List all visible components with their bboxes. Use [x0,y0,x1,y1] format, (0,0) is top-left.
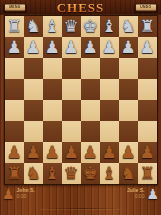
copper-pawn-icon: ♟ [2,186,15,202]
silver-pawn: ♟ [119,37,138,58]
copper-king: ♚ [81,163,100,184]
copper-rook: ♜ [5,163,24,184]
square-e8[interactable]: ♚ [81,16,100,37]
square-e3[interactable] [81,121,100,142]
square-e2[interactable]: ♟ [81,142,100,163]
silver-knight: ♞ [24,16,43,37]
square-a2[interactable]: ♟ [5,142,24,163]
silver-rook: ♜ [138,16,157,37]
board-area: ♜♞♝♛♚♝♞♜♟♟♟♟♟♟♟♟♟♟♟♟♟♟♟♟♜♞♝♛♚♝♞♜ [0,14,161,185]
square-h3[interactable] [138,121,157,142]
square-a4[interactable] [5,100,24,121]
copper-pawn: ♟ [138,142,157,163]
square-h1[interactable]: ♜ [138,163,157,184]
square-h4[interactable] [138,100,157,121]
silver-knight: ♞ [119,16,138,37]
square-h5[interactable] [138,79,157,100]
copper-pawn: ♟ [5,142,24,163]
chess-app-window: MENU CHESS UNDO ♜♞♝♛♚♝♞♜♟♟♟♟♟♟♟♟♟♟♟♟♟♟♟♟… [0,0,161,215]
square-d2[interactable]: ♟ [62,142,81,163]
square-f2[interactable]: ♟ [100,142,119,163]
copper-bishop: ♝ [100,163,119,184]
square-h2[interactable]: ♟ [138,142,157,163]
square-c4[interactable] [43,100,62,121]
player-left-clock: 0:00 [17,194,35,199]
silver-pawn-icon: ♟ [146,186,159,202]
square-e4[interactable] [81,100,100,121]
silver-pawn: ♟ [5,37,24,58]
square-a3[interactable] [5,121,24,142]
silver-bishop: ♝ [43,16,62,37]
square-a8[interactable]: ♜ [5,16,24,37]
square-b3[interactable] [24,121,43,142]
square-d6[interactable] [62,58,81,79]
square-e5[interactable] [81,79,100,100]
menu-button[interactable]: MENU [4,3,26,11]
square-d5[interactable] [62,79,81,100]
square-d7[interactable]: ♟ [62,37,81,58]
square-c1[interactable]: ♝ [43,163,62,184]
square-b6[interactable] [24,58,43,79]
copper-rook: ♜ [138,163,157,184]
silver-king: ♚ [81,16,100,37]
player-right-clock: 0:00 [135,194,145,199]
copper-pawn: ♟ [81,142,100,163]
player-right: Julie S. 0:00 ♟ [127,186,159,202]
square-g6[interactable] [119,58,138,79]
copper-pawn: ♟ [43,142,62,163]
square-d1[interactable]: ♛ [62,163,81,184]
silver-pawn: ♟ [43,37,62,58]
silver-bishop: ♝ [100,16,119,37]
board: ♜♞♝♛♚♝♞♜♟♟♟♟♟♟♟♟♟♟♟♟♟♟♟♟♜♞♝♛♚♝♞♜ [4,15,158,185]
square-d4[interactable] [62,100,81,121]
square-d8[interactable]: ♛ [62,16,81,37]
square-g4[interactable] [119,100,138,121]
square-g7[interactable]: ♟ [119,37,138,58]
silver-pawn: ♟ [24,37,43,58]
square-b7[interactable]: ♟ [24,37,43,58]
square-h7[interactable]: ♟ [138,37,157,58]
square-e6[interactable] [81,58,100,79]
copper-bishop: ♝ [43,163,62,184]
square-f8[interactable]: ♝ [100,16,119,37]
square-b1[interactable]: ♞ [24,163,43,184]
copper-queen: ♛ [62,163,81,184]
square-c2[interactable]: ♟ [43,142,62,163]
square-b2[interactable]: ♟ [24,142,43,163]
square-c6[interactable] [43,58,62,79]
silver-rook: ♜ [5,16,24,37]
copper-pawn: ♟ [62,142,81,163]
square-e7[interactable]: ♟ [81,37,100,58]
square-b5[interactable] [24,79,43,100]
square-a7[interactable]: ♟ [5,37,24,58]
silver-pawn: ♟ [62,37,81,58]
square-f5[interactable] [100,79,119,100]
silver-queen: ♛ [62,16,81,37]
silver-pawn: ♟ [81,37,100,58]
top-bar: MENU CHESS UNDO [0,0,161,14]
square-f6[interactable] [100,58,119,79]
copper-pawn: ♟ [119,142,138,163]
square-a6[interactable] [5,58,24,79]
player-left: ♟ John S. 0:00 [2,186,35,202]
silver-pawn: ♟ [138,37,157,58]
square-f3[interactable] [100,121,119,142]
square-g2[interactable]: ♟ [119,142,138,163]
square-g3[interactable] [119,121,138,142]
square-c3[interactable] [43,121,62,142]
square-g1[interactable]: ♞ [119,163,138,184]
copper-knight: ♞ [119,163,138,184]
square-c8[interactable]: ♝ [43,16,62,37]
square-h6[interactable] [138,58,157,79]
square-a1[interactable]: ♜ [5,163,24,184]
square-g5[interactable] [119,79,138,100]
silver-pawn: ♟ [100,37,119,58]
square-b4[interactable] [24,100,43,121]
square-c5[interactable] [43,79,62,100]
copper-knight: ♞ [24,163,43,184]
square-d3[interactable] [62,121,81,142]
square-f1[interactable]: ♝ [100,163,119,184]
square-f4[interactable] [100,100,119,121]
square-e1[interactable]: ♚ [81,163,100,184]
square-f7[interactable]: ♟ [100,37,119,58]
player-bar: ♟ John S. 0:00 Julie S. 0:00 ♟ [0,184,161,215]
wood-groove [40,208,121,209]
copper-pawn: ♟ [24,142,43,163]
square-h8[interactable]: ♜ [138,16,157,37]
square-b8[interactable]: ♞ [24,16,43,37]
copper-pawn: ♟ [100,142,119,163]
app-title: CHESS [57,1,105,14]
square-g8[interactable]: ♞ [119,16,138,37]
square-c7[interactable]: ♟ [43,37,62,58]
undo-button[interactable]: UNDO [135,3,157,11]
square-a5[interactable] [5,79,24,100]
